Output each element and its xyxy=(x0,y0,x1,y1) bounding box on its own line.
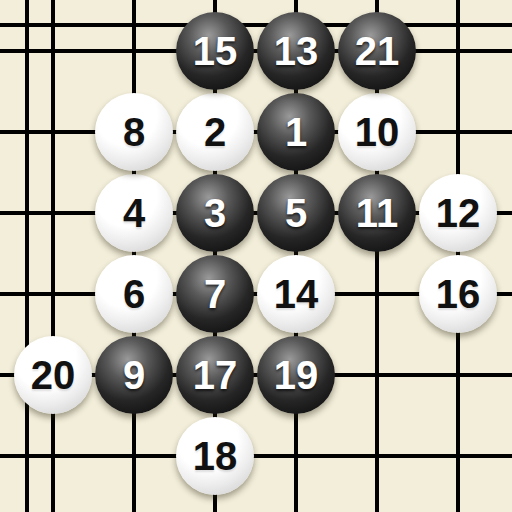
move-number: 20 xyxy=(31,355,76,395)
stone-white-8: 8 xyxy=(95,93,173,171)
stone-black-3: 3 xyxy=(176,174,254,252)
stone-black-1: 1 xyxy=(257,93,335,171)
move-number: 19 xyxy=(274,355,319,395)
move-number: 5 xyxy=(285,193,307,233)
move-number: 3 xyxy=(204,193,226,233)
stone-white-2: 2 xyxy=(176,93,254,171)
move-number: 12 xyxy=(436,193,481,233)
move-number: 21 xyxy=(355,31,400,71)
stone-black-9: 9 xyxy=(95,336,173,414)
move-number: 9 xyxy=(123,355,145,395)
stone-black-5: 5 xyxy=(257,174,335,252)
stone-black-21: 21 xyxy=(338,12,416,90)
move-number: 4 xyxy=(123,193,145,233)
move-number: 6 xyxy=(123,274,145,314)
stone-black-7: 7 xyxy=(176,255,254,333)
stone-white-20: 20 xyxy=(14,336,92,414)
stone-black-17: 17 xyxy=(176,336,254,414)
stone-black-13: 13 xyxy=(257,12,335,90)
move-number: 1 xyxy=(285,112,307,152)
stone-white-18: 18 xyxy=(176,417,254,495)
move-number: 13 xyxy=(274,31,319,71)
stone-white-14: 14 xyxy=(257,255,335,333)
move-number: 8 xyxy=(123,112,145,152)
go-board-grid[interactable]: 123456789101112131415161718192021 xyxy=(13,11,499,497)
move-number: 2 xyxy=(204,112,226,152)
move-number: 18 xyxy=(193,436,238,476)
move-number: 16 xyxy=(436,274,481,314)
stone-white-6: 6 xyxy=(95,255,173,333)
stone-white-16: 16 xyxy=(419,255,497,333)
move-number: 17 xyxy=(193,355,238,395)
stone-black-19: 19 xyxy=(257,336,335,414)
move-number: 14 xyxy=(274,274,319,314)
stone-black-15: 15 xyxy=(176,12,254,90)
gomoku-app-screen: 123456789101112131415161718192021 xyxy=(0,0,512,512)
stone-white-4: 4 xyxy=(95,174,173,252)
move-number: 7 xyxy=(204,274,226,314)
move-number: 10 xyxy=(355,112,400,152)
move-number: 11 xyxy=(356,193,398,233)
move-number: 15 xyxy=(193,31,238,71)
stone-white-12: 12 xyxy=(419,174,497,252)
stone-black-11: 11 xyxy=(338,174,416,252)
stone-white-10: 10 xyxy=(338,93,416,171)
